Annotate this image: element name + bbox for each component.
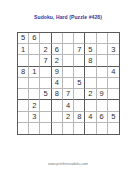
cell-r1c8[interactable]	[97, 33, 108, 44]
cell-r2c7[interactable]: 5	[85, 44, 96, 55]
cell-r7c9[interactable]	[108, 100, 119, 111]
cell-r2c6[interactable]: 7	[74, 44, 85, 55]
cell-r5c7[interactable]	[85, 78, 96, 89]
cell-r2c2[interactable]	[29, 44, 40, 55]
cell-r5c6[interactable]: 5	[74, 78, 85, 89]
cell-r2c4[interactable]: 6	[52, 44, 63, 55]
cell-r3c2[interactable]	[29, 55, 40, 66]
cell-r2c8[interactable]	[97, 44, 108, 55]
cell-r9c5[interactable]	[63, 123, 74, 134]
cell-r4c4[interactable]: 9	[52, 67, 63, 78]
cell-r5c3[interactable]	[40, 78, 51, 89]
cell-r9c4[interactable]	[52, 123, 63, 134]
cell-r4c3[interactable]	[40, 67, 51, 78]
cell-r3c9[interactable]	[108, 55, 119, 66]
cell-r3c3[interactable]: 7	[40, 55, 51, 66]
cell-r7c7[interactable]	[85, 100, 96, 111]
cell-r9c6[interactable]	[74, 123, 85, 134]
cell-r8c9[interactable]: 5	[108, 112, 119, 123]
cell-r3c8[interactable]	[97, 55, 108, 66]
cell-r3c5[interactable]	[63, 55, 74, 66]
cell-r8c3[interactable]	[40, 112, 51, 123]
cell-r2c1[interactable]: 1	[18, 44, 29, 55]
cell-r1c3[interactable]	[40, 33, 51, 44]
cell-r5c2[interactable]	[29, 78, 40, 89]
cell-r1c7[interactable]	[85, 33, 96, 44]
cell-r4c9[interactable]: 4	[108, 67, 119, 78]
cell-r5c5[interactable]	[63, 78, 74, 89]
cell-r6c5[interactable]: 7	[63, 89, 74, 100]
cell-r8c4[interactable]	[52, 112, 63, 123]
cell-r4c1[interactable]: 8	[18, 67, 29, 78]
cell-r7c1[interactable]	[18, 100, 29, 111]
cell-r1c6[interactable]	[74, 33, 85, 44]
cell-r4c2[interactable]: 1	[29, 67, 40, 78]
cell-r6c6[interactable]	[74, 89, 85, 100]
cell-r9c3[interactable]	[40, 123, 51, 134]
cell-r9c9[interactable]	[108, 123, 119, 134]
cell-r9c8[interactable]	[97, 123, 108, 134]
cell-r7c3[interactable]	[40, 100, 51, 111]
cell-r5c9[interactable]	[108, 78, 119, 89]
cell-r6c9[interactable]	[108, 89, 119, 100]
cell-r4c6[interactable]	[74, 67, 85, 78]
cell-r4c7[interactable]	[85, 67, 96, 78]
cell-r2c9[interactable]: 3	[108, 44, 119, 55]
cell-r5c8[interactable]	[97, 78, 108, 89]
cell-r7c4[interactable]	[52, 100, 63, 111]
cell-r6c7[interactable]: 2	[85, 89, 96, 100]
cell-r7c8[interactable]	[97, 100, 108, 111]
cell-r6c1[interactable]	[18, 89, 29, 100]
cell-r1c4[interactable]	[52, 33, 63, 44]
cell-r5c4[interactable]: 4	[52, 78, 63, 89]
cell-r8c5[interactable]: 2	[63, 112, 74, 123]
cell-r6c2[interactable]	[29, 89, 40, 100]
cell-r9c2[interactable]	[29, 123, 40, 134]
cell-r4c5[interactable]	[63, 67, 74, 78]
cell-r8c7[interactable]: 4	[85, 112, 96, 123]
cell-r1c2[interactable]: 6	[29, 33, 40, 44]
cell-r7c6[interactable]	[74, 100, 85, 111]
cell-r3c6[interactable]	[74, 55, 85, 66]
cell-r8c6[interactable]: 8	[74, 112, 85, 123]
sudoku-page: Sudoku, Hard (Puzzle #428) 5612675372881…	[0, 0, 136, 176]
cell-r7c5[interactable]: 4	[63, 100, 74, 111]
page-title: Sudoku, Hard (Puzzle #428)	[0, 14, 136, 20]
cell-r3c1[interactable]	[18, 55, 29, 66]
cell-r2c5[interactable]	[63, 44, 74, 55]
cell-r3c7[interactable]: 8	[85, 55, 96, 66]
cell-r5c1[interactable]	[18, 78, 29, 89]
cell-r2c3[interactable]: 2	[40, 44, 51, 55]
sudoku-board: 561267537288194455872924328465	[17, 32, 120, 135]
cell-r1c1[interactable]: 5	[18, 33, 29, 44]
cell-r6c3[interactable]: 5	[40, 89, 51, 100]
cell-r7c2[interactable]: 2	[29, 100, 40, 111]
cell-r8c2[interactable]: 3	[29, 112, 40, 123]
footer-url: www.printfreesudoku.com	[0, 162, 136, 166]
cell-r9c7[interactable]	[85, 123, 96, 134]
cell-r8c8[interactable]: 6	[97, 112, 108, 123]
cell-r1c5[interactable]	[63, 33, 74, 44]
cell-r1c9[interactable]	[108, 33, 119, 44]
cell-r8c1[interactable]	[18, 112, 29, 123]
cell-r4c8[interactable]	[97, 67, 108, 78]
cell-r6c4[interactable]: 8	[52, 89, 63, 100]
cell-r3c4[interactable]: 2	[52, 55, 63, 66]
cell-r9c1[interactable]	[18, 123, 29, 134]
cell-r6c8[interactable]: 9	[97, 89, 108, 100]
